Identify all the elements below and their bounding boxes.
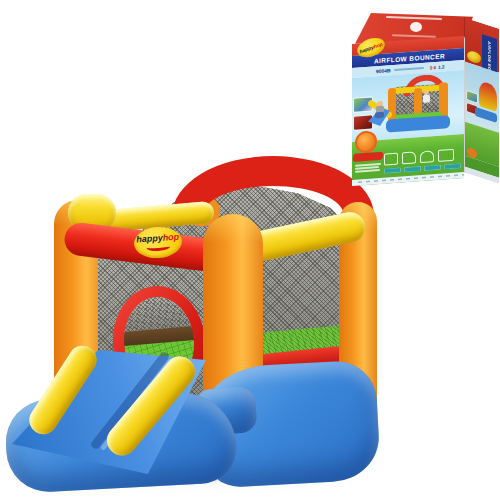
box-fineprint-line xyxy=(355,169,380,172)
box-mascot-ribbon xyxy=(352,152,383,162)
box-height-badge: 1.2 xyxy=(438,64,444,69)
box-top-emblem xyxy=(410,22,422,32)
teal-label xyxy=(404,166,421,172)
product-box: AIRFLOW BOUNCER 9004B 3-6 1.2 xyxy=(0,0,500,200)
feature-icon-blower xyxy=(420,150,434,163)
teal-label xyxy=(424,165,441,171)
box-side-face: AIRFLOW BOUNCER xyxy=(464,17,499,183)
box-photo-inset-bottom xyxy=(353,114,373,130)
logo-smile-icon xyxy=(146,242,170,252)
feature-icon-slide xyxy=(402,151,416,164)
teal-label xyxy=(384,167,401,173)
box-model: 9004B xyxy=(376,67,391,74)
feature-icon-bouncer xyxy=(384,153,398,166)
box-top-text-line xyxy=(392,34,436,38)
box-front-face: AIRFLOW BOUNCER 9004B 3-6 1.2 xyxy=(352,36,464,186)
product-photo: happyhop AIRFLOW BOUNCER xyxy=(0,0,500,500)
box-mascot-badge xyxy=(355,130,377,154)
box-age-badge: 3-6 xyxy=(430,65,437,70)
box-grass-band xyxy=(352,134,464,186)
model-strip-line xyxy=(394,67,424,71)
illustration-kid-bounce-body xyxy=(423,94,430,102)
teal-label xyxy=(444,163,461,169)
box-top-text-line xyxy=(386,16,442,20)
box-logo-text: happyhop xyxy=(359,41,383,54)
box-bottom-strip xyxy=(352,172,464,186)
feature-icon-dimensions xyxy=(438,149,454,162)
illustration-kid-slide-jeans xyxy=(375,112,384,119)
